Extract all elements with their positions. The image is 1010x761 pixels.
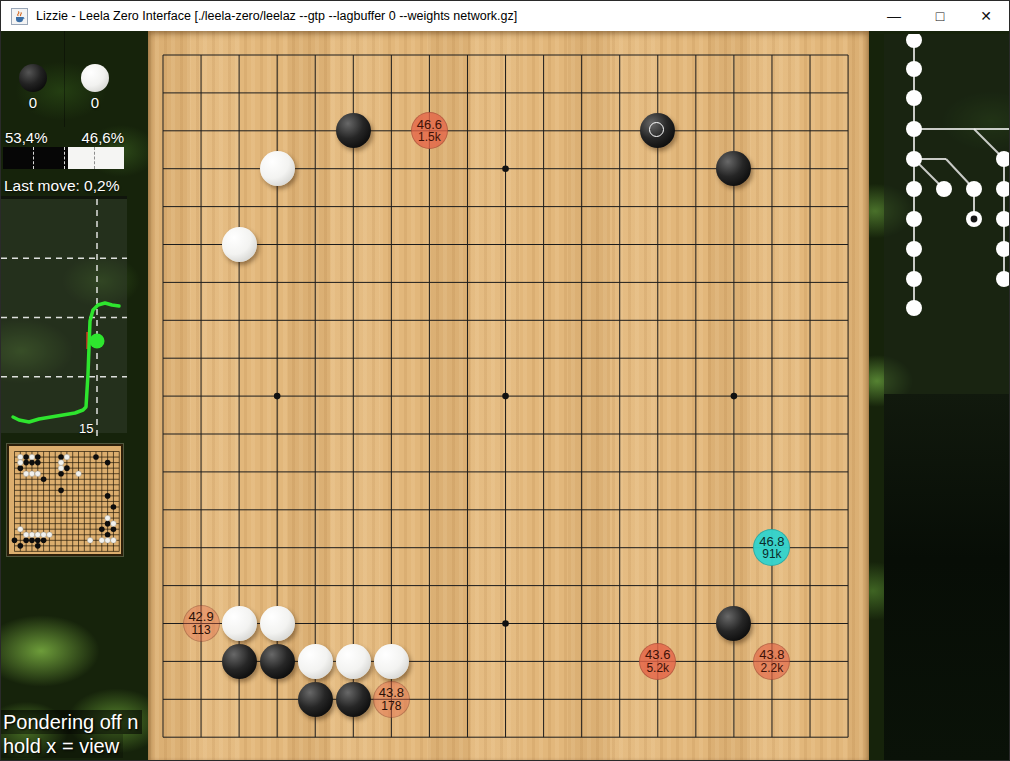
app-window: Lizzie - Leela Zero Interface [./leela-z… [0,0,1010,761]
suggestion-winrate: 46.8 [759,535,784,549]
tree-node[interactable] [936,181,952,197]
empty-panel [884,394,1010,761]
suggestion-winrate: 43.8 [379,686,404,700]
black-capture-stone-icon [19,64,47,92]
suggestion-visits: 1.5k [418,131,441,144]
move-suggestion-G2[interactable]: 43.8178 [373,681,410,718]
move-suggestion-H17[interactable]: 46.61.5k [411,112,448,149]
black-stone [298,682,333,717]
title-bar: Lizzie - Leela Zero Interface [./leela-z… [1,1,1009,31]
black-stone [260,644,295,679]
java-app-icon [11,8,28,25]
tree-node[interactable] [906,211,922,227]
shortcut-hint: hold x = view [1,734,123,758]
winrate-labels: 53,4% 46,6% [3,129,124,145]
left-sidebar: 0 0 53,4% 46,6% Last move: 0,2% 15 Ponde… [1,31,148,761]
white-stone [336,644,371,679]
goban[interactable]: 46.61.5k46.891k43.65.2k43.82.2k42.911343… [148,31,869,761]
graph-move-number: 15 [79,421,93,436]
suggestion-winrate: 43.6 [645,648,670,662]
close-button[interactable]: ✕ [963,1,1009,31]
right-sidebar [869,31,1010,761]
status-text: Pondering off n hold x = view [1,710,142,758]
tree-node[interactable] [906,300,922,316]
move-suggestion-O3[interactable]: 43.65.2k [639,643,676,680]
variation-tree [884,34,1010,394]
pondering-status: Pondering off n [1,710,142,734]
tree-node[interactable] [906,90,922,106]
captures-divider [64,31,65,127]
suggestion-visits: 5.2k [646,662,669,675]
tree-node[interactable] [906,271,922,287]
suggestion-visits: 178 [381,700,401,713]
suggestion-winrate: 46.6 [417,118,442,132]
black-capture-count: 0 [19,94,47,111]
winrate-graph-plot [1,199,127,436]
suggestion-winrate: 42.9 [188,610,213,624]
winrate-tick-75 [94,147,95,169]
suggestion-visits: 2.2k [761,662,784,675]
last-move-marker [649,122,664,137]
suggestion-winrate: 43.8 [759,648,784,662]
tree-node[interactable] [996,241,1010,257]
tree-node[interactable] [906,151,922,167]
winrate-bar [3,147,124,169]
tree-node[interactable] [906,241,922,257]
tree-node[interactable] [906,34,922,48]
winrate-graph[interactable]: 15 [1,196,127,433]
black-stone [336,682,371,717]
window-title: Lizzie - Leela Zero Interface [./leela-z… [36,9,517,23]
tree-node[interactable] [906,181,922,197]
tree-node[interactable] [996,211,1010,227]
white-stone [222,606,257,641]
maximize-button[interactable]: □ [917,1,963,31]
white-capture-stone-icon [81,64,109,92]
main-content: 0 0 53,4% 46,6% Last move: 0,2% 15 Ponde… [1,31,1010,761]
winrate-tick-25 [33,147,34,169]
variation-tree-panel [884,34,1010,394]
move-suggestion-B4[interactable]: 42.9113 [183,605,220,642]
tree-node[interactable] [996,181,1010,197]
winrate-bar-black-segment [3,147,68,169]
black-stone [222,644,257,679]
black-stone [336,113,371,148]
black-winrate-label: 53,4% [5,129,48,146]
white-stone [374,644,409,679]
tree-node[interactable] [966,181,982,197]
board-thumbnail[interactable] [7,444,123,556]
suggestion-visits: 113 [191,624,210,637]
last-move-winrate-label: Last move: 0,2% [4,177,119,195]
white-capture-count: 0 [81,94,109,111]
suggestion-visits: 91k [762,548,781,561]
tree-node[interactable] [906,61,922,77]
winrate-tick-50 [64,147,65,169]
white-stone [260,151,295,186]
white-winrate-label: 46,6% [81,129,124,146]
white-stone [260,606,295,641]
white-stone [222,227,257,262]
tree-node[interactable] [996,271,1010,287]
minimize-button[interactable]: — [871,1,917,31]
tree-node[interactable] [906,121,922,137]
white-stone [298,644,333,679]
